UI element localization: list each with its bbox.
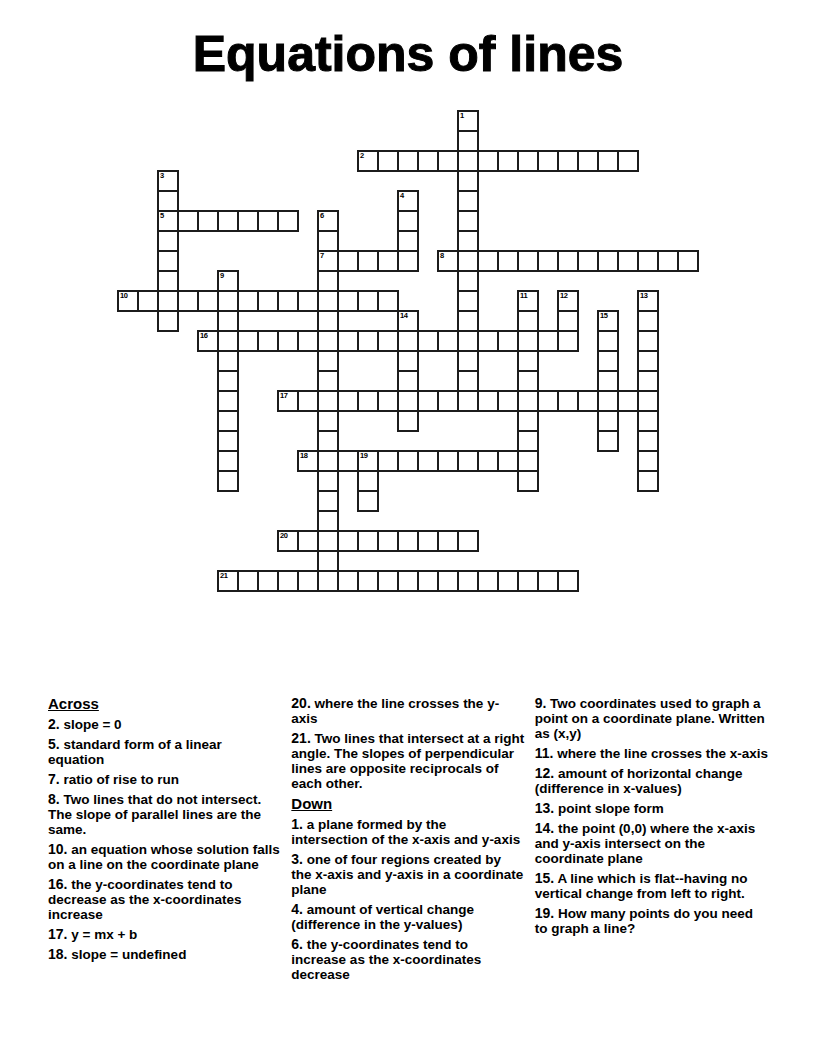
grid-cell[interactable] xyxy=(497,150,519,172)
cell-number: 2 xyxy=(360,152,364,160)
grid-cell[interactable] xyxy=(457,130,479,152)
grid-cell[interactable] xyxy=(177,210,199,232)
grid-cell[interactable]: 3 xyxy=(157,170,179,192)
grid-cell[interactable] xyxy=(237,290,259,312)
grid-cell[interactable] xyxy=(477,330,499,352)
grid-cell[interactable] xyxy=(317,450,339,472)
clue-text: amount of horizontal change (difference … xyxy=(535,766,743,796)
grid-cell[interactable] xyxy=(477,390,499,412)
grid-cell[interactable] xyxy=(577,250,599,272)
grid-cell[interactable] xyxy=(377,330,399,352)
grid-cell[interactable] xyxy=(417,530,439,552)
grid-cell[interactable] xyxy=(497,390,519,412)
grid-cell[interactable] xyxy=(177,290,199,312)
clue-down-15: 15. A line which is flat--having no vert… xyxy=(535,871,768,901)
clues-section: Across2. slope = 05. standard form of a … xyxy=(0,696,816,987)
grid-cell[interactable] xyxy=(257,330,279,352)
grid-cell[interactable] xyxy=(157,270,179,292)
grid-cell[interactable] xyxy=(557,250,579,272)
clues-column-3: 9. Two coordinates used to graph a point… xyxy=(535,696,768,987)
clue-text: slope = 0 xyxy=(63,717,121,732)
clue-number: 8. xyxy=(48,791,60,807)
clue-across-18: 18. slope = undefined xyxy=(48,947,281,962)
clue-number: 11. xyxy=(535,745,554,761)
clue-number: 16. xyxy=(48,876,67,892)
cell-number: 1 xyxy=(460,112,464,120)
grid-cell[interactable] xyxy=(277,290,299,312)
grid-cell[interactable]: 15 xyxy=(597,310,619,332)
clue-text: point slope form xyxy=(558,801,664,816)
grid-cell[interactable] xyxy=(317,390,339,412)
grid-cell[interactable] xyxy=(397,250,419,272)
cell-number: 17 xyxy=(280,392,288,400)
cell-number: 6 xyxy=(320,212,324,220)
cell-number: 7 xyxy=(320,252,324,260)
grid-cell[interactable]: 16 xyxy=(197,330,219,352)
grid-cell[interactable] xyxy=(377,250,399,272)
grid-cell[interactable] xyxy=(517,430,539,452)
cell-number: 15 xyxy=(600,312,608,320)
grid-cell[interactable] xyxy=(457,230,479,252)
cell-number: 5 xyxy=(160,212,164,220)
clue-across-17: 17. y = mx + b xyxy=(48,927,281,942)
clue-number: 6. xyxy=(291,936,303,952)
cell-number: 14 xyxy=(400,312,408,320)
grid-cell[interactable] xyxy=(217,370,239,392)
grid-cell[interactable] xyxy=(597,430,619,452)
grid-cell[interactable] xyxy=(317,230,339,252)
clue-number: 15. xyxy=(535,870,554,886)
grid-cell[interactable] xyxy=(257,290,279,312)
grid-cell[interactable] xyxy=(377,450,399,472)
clue-down-12: 12. amount of horizontal change (differe… xyxy=(535,766,768,796)
clue-number: 1. xyxy=(291,816,303,832)
grid-cell[interactable] xyxy=(237,210,259,232)
grid-cell[interactable] xyxy=(437,330,459,352)
grid-cell[interactable] xyxy=(317,330,339,352)
grid-cell[interactable] xyxy=(537,330,559,352)
grid-cell[interactable] xyxy=(397,330,419,352)
clue-down-13: 13. point slope form xyxy=(535,801,768,816)
clue-number: 5. xyxy=(48,736,60,752)
grid-cell[interactable] xyxy=(437,390,459,412)
grid-cell[interactable] xyxy=(337,330,359,352)
grid-cell[interactable] xyxy=(217,350,239,372)
grid-cell[interactable] xyxy=(597,250,619,272)
grid-cell[interactable] xyxy=(277,570,299,592)
clue-across-20: 20. where the line crosses the y-axis xyxy=(291,696,524,726)
grid-cell[interactable] xyxy=(637,310,659,332)
grid-cell[interactable] xyxy=(357,250,379,272)
clue-down-19: 19. How many points do you need to graph… xyxy=(535,906,768,936)
grid-cell[interactable] xyxy=(457,570,479,592)
clue-down-14: 14. the point (0,0) where the x-axis and… xyxy=(535,821,768,866)
grid-cell[interactable] xyxy=(537,570,559,592)
crossword-grid: 123456789101112131415161718192021 xyxy=(117,110,699,592)
clue-down-9: 9. Two coordinates used to graph a point… xyxy=(535,696,768,741)
cell-number: 11 xyxy=(520,292,527,300)
clue-down-1: 1. a plane formed by the intersection of… xyxy=(291,817,524,847)
grid-cell[interactable] xyxy=(457,190,479,212)
clue-number: 4. xyxy=(291,901,303,917)
grid-cell[interactable]: 8 xyxy=(437,250,459,272)
grid-cell[interactable] xyxy=(377,150,399,172)
grid-cell[interactable] xyxy=(417,150,439,172)
grid-cell[interactable] xyxy=(377,290,399,312)
grid-cell[interactable] xyxy=(317,290,339,312)
grid-cell[interactable] xyxy=(637,350,659,372)
grid-cell[interactable] xyxy=(597,370,619,392)
grid-cell[interactable] xyxy=(517,310,539,332)
grid-cell[interactable] xyxy=(157,290,179,312)
grid-cell[interactable] xyxy=(397,230,419,252)
grid-cell[interactable]: 17 xyxy=(277,390,299,412)
grid-cell[interactable] xyxy=(557,150,579,172)
grid-cell[interactable] xyxy=(437,450,459,472)
clue-text: How many points do you need to graph a l… xyxy=(535,906,753,936)
clue-down-6: 6. the y-coordinates tend to increase as… xyxy=(291,937,524,982)
grid-cell[interactable] xyxy=(337,250,359,272)
grid-cell[interactable] xyxy=(537,390,559,412)
grid-cell[interactable] xyxy=(217,310,239,332)
clue-number: 18. xyxy=(48,946,67,962)
clue-number: 7. xyxy=(48,771,60,787)
grid-cell[interactable] xyxy=(557,310,579,332)
grid-cell[interactable] xyxy=(317,310,339,332)
grid-cell[interactable] xyxy=(597,390,619,412)
grid-cell[interactable] xyxy=(317,510,339,532)
grid-cell[interactable] xyxy=(317,570,339,592)
grid-cell[interactable] xyxy=(517,350,539,372)
clue-text: one of four regions created by the x-axi… xyxy=(291,852,523,897)
cell-number: 9 xyxy=(220,272,224,280)
grid-cell[interactable]: 9 xyxy=(217,270,239,292)
grid-cell[interactable] xyxy=(637,370,659,392)
grid-cell[interactable]: 14 xyxy=(397,310,419,332)
grid-cell[interactable] xyxy=(377,390,399,412)
down-header: Down xyxy=(291,796,524,812)
clue-text: the y-coordinates tend to increase as th… xyxy=(291,937,481,982)
grid-cell[interactable] xyxy=(517,370,539,392)
grid-cell[interactable] xyxy=(357,290,379,312)
grid-cell[interactable]: 11 xyxy=(517,290,539,312)
clue-text: the y-coordinates tend to decrease as th… xyxy=(48,877,242,922)
grid-cell[interactable] xyxy=(617,390,639,412)
grid-cell[interactable] xyxy=(637,250,659,272)
cell-number: 21 xyxy=(220,572,228,580)
clue-across-2: 2. slope = 0 xyxy=(48,717,281,732)
grid-cell[interactable] xyxy=(357,470,379,492)
grid-cell[interactable] xyxy=(137,290,159,312)
clue-number: 14. xyxy=(535,820,554,836)
cell-number: 20 xyxy=(280,532,288,540)
grid-cell[interactable] xyxy=(217,430,239,452)
grid-cell[interactable] xyxy=(217,210,239,232)
clue-number: 12. xyxy=(535,765,554,781)
grid-cell[interactable]: 19 xyxy=(357,450,379,472)
grid-cell[interactable]: 6 xyxy=(317,210,339,232)
grid-cell[interactable] xyxy=(157,230,179,252)
grid-cell[interactable] xyxy=(497,250,519,272)
grid-cell[interactable] xyxy=(377,570,399,592)
grid-cell[interactable] xyxy=(577,150,599,172)
grid-cell[interactable] xyxy=(357,390,379,412)
grid-cell[interactable] xyxy=(397,210,419,232)
cell-number: 8 xyxy=(440,252,444,260)
grid-cell[interactable] xyxy=(617,250,639,272)
grid-cell[interactable] xyxy=(557,570,579,592)
grid-cell[interactable] xyxy=(457,150,479,172)
cell-number: 13 xyxy=(640,292,648,300)
grid-cell[interactable] xyxy=(597,150,619,172)
grid-cell[interactable]: 18 xyxy=(297,450,319,472)
grid-cell[interactable] xyxy=(477,570,499,592)
grid-cell[interactable] xyxy=(457,270,479,292)
grid-cell[interactable]: 21 xyxy=(217,570,239,592)
grid-cell[interactable] xyxy=(457,370,479,392)
clue-text: standard form of a linear equation xyxy=(48,737,222,767)
grid-cell[interactable] xyxy=(517,450,539,472)
grid-cell[interactable] xyxy=(397,150,419,172)
clue-across-5: 5. standard form of a linear equation xyxy=(48,737,281,767)
grid-cell[interactable] xyxy=(457,250,479,272)
grid-cell[interactable] xyxy=(317,350,339,372)
grid-cell[interactable] xyxy=(337,450,359,472)
clue-across-16: 16. the y-coordinates tend to decrease a… xyxy=(48,877,281,922)
grid-cell[interactable] xyxy=(457,290,479,312)
clue-text: ratio of rise to run xyxy=(63,772,179,787)
grid-cell[interactable] xyxy=(537,150,559,172)
grid-cell[interactable] xyxy=(277,330,299,352)
grid-cell[interactable] xyxy=(357,490,379,512)
grid-cell[interactable]: 1 xyxy=(457,110,479,132)
grid-cell[interactable] xyxy=(317,370,339,392)
grid-cell[interactable] xyxy=(297,330,319,352)
grid-cell[interactable] xyxy=(657,250,679,272)
grid-cell[interactable] xyxy=(497,450,519,472)
grid-cell[interactable] xyxy=(517,150,539,172)
clues-column-1: Across2. slope = 05. standard form of a … xyxy=(48,696,281,987)
grid-cell[interactable]: 4 xyxy=(397,190,419,212)
grid-cell[interactable] xyxy=(197,290,219,312)
clue-down-4: 4. amount of vertical change (difference… xyxy=(291,902,524,932)
grid-cell[interactable] xyxy=(597,410,619,432)
clue-text: Two coordinates used to graph a point on… xyxy=(535,696,765,741)
cell-number: 12 xyxy=(560,292,568,300)
grid-cell[interactable] xyxy=(217,450,239,472)
grid-cell[interactable] xyxy=(497,330,519,352)
grid-cell[interactable] xyxy=(577,390,599,412)
grid-cell[interactable]: 13 xyxy=(637,290,659,312)
clue-number: 9. xyxy=(535,695,547,711)
clue-across-21: 21. Two lines that intersect at a right … xyxy=(291,731,524,791)
grid-cell[interactable] xyxy=(457,170,479,192)
clue-number: 20. xyxy=(291,695,310,711)
grid-cell[interactable] xyxy=(457,330,479,352)
cell-number: 19 xyxy=(360,452,368,460)
grid-cell[interactable] xyxy=(197,210,219,232)
grid-cell[interactable] xyxy=(517,470,539,492)
clue-down-11: 11. where the line crosses the x-axis xyxy=(535,746,768,761)
clue-text: slope = undefined xyxy=(71,947,186,962)
grid-cell[interactable] xyxy=(397,530,419,552)
grid-cell[interactable] xyxy=(397,370,419,392)
clue-text: y = mx + b xyxy=(71,927,137,942)
clue-text: A line which is flat--having no vertical… xyxy=(535,871,748,901)
across-header: Across xyxy=(48,696,281,712)
cell-number: 4 xyxy=(400,192,404,200)
grid-cell[interactable] xyxy=(297,570,319,592)
grid-cell[interactable] xyxy=(637,390,659,412)
clue-text: Two lines that do not intersect. The slo… xyxy=(48,792,261,837)
grid-cell[interactable] xyxy=(517,390,539,412)
grid-cell[interactable] xyxy=(637,470,659,492)
clue-text: where the line crosses the y-axis xyxy=(291,696,499,726)
clue-across-7: 7. ratio of rise to run xyxy=(48,772,281,787)
grid-cell[interactable] xyxy=(637,410,659,432)
cell-number: 16 xyxy=(200,332,208,340)
grid-cell[interactable] xyxy=(637,450,659,472)
grid-cell[interactable]: 7 xyxy=(317,250,339,272)
cell-number: 18 xyxy=(300,452,308,460)
grid-cell[interactable] xyxy=(457,530,479,552)
grid-cell[interactable] xyxy=(637,330,659,352)
grid-cell[interactable] xyxy=(417,330,439,352)
grid-cell[interactable] xyxy=(217,410,239,432)
grid-cell[interactable] xyxy=(437,570,459,592)
grid-cell[interactable] xyxy=(317,550,339,572)
grid-cell[interactable] xyxy=(457,450,479,472)
grid-cell[interactable] xyxy=(157,190,179,212)
grid-cell[interactable] xyxy=(397,570,419,592)
grid-cell[interactable] xyxy=(517,570,539,592)
grid-cell[interactable] xyxy=(337,570,359,592)
grid-cell[interactable]: 2 xyxy=(357,150,379,172)
clue-text: an equation whose solution falls on a li… xyxy=(48,842,280,872)
grid-cell[interactable] xyxy=(397,390,419,412)
grid-cell[interactable] xyxy=(517,250,539,272)
grid-cell[interactable]: 5 xyxy=(157,210,179,232)
grid-cell[interactable] xyxy=(317,430,339,452)
grid-cell[interactable] xyxy=(597,330,619,352)
grid-cell[interactable] xyxy=(257,570,279,592)
grid-cell[interactable] xyxy=(357,570,379,592)
grid-cell[interactable] xyxy=(517,410,539,432)
clue-across-10: 10. an equation whose solution falls on … xyxy=(48,842,281,872)
grid-cell[interactable] xyxy=(337,390,359,412)
grid-cell[interactable] xyxy=(477,250,499,272)
clue-number: 19. xyxy=(535,905,554,921)
grid-cell[interactable] xyxy=(157,250,179,272)
clue-down-3: 3. one of four regions created by the x-… xyxy=(291,852,524,897)
clue-across-8: 8. Two lines that do not intersect. The … xyxy=(48,792,281,837)
grid-cell[interactable] xyxy=(537,250,559,272)
grid-cell[interactable] xyxy=(557,330,579,352)
grid-cell[interactable] xyxy=(297,290,319,312)
clue-number: 17. xyxy=(48,926,67,942)
clue-text: a plane formed by the intersection of th… xyxy=(291,817,520,847)
grid-cell[interactable] xyxy=(317,470,339,492)
grid-cell[interactable] xyxy=(457,350,479,372)
grid-cell[interactable] xyxy=(677,250,699,272)
grid-cell[interactable] xyxy=(397,350,419,372)
clue-text: the point (0,0) where the x-axis and y-a… xyxy=(535,821,756,866)
grid-cell[interactable]: 12 xyxy=(557,290,579,312)
grid-cell[interactable] xyxy=(237,570,259,592)
grid-cell[interactable] xyxy=(297,390,319,412)
clue-text: amount of vertical change (difference in… xyxy=(291,902,474,932)
grid-cell[interactable] xyxy=(217,470,239,492)
puzzle-title: Equations of lines xyxy=(0,27,816,81)
grid-cell[interactable] xyxy=(317,490,339,512)
grid-cell[interactable] xyxy=(417,450,439,472)
grid-cell[interactable] xyxy=(417,570,439,592)
clues-column-2: 20. where the line crosses the y-axis21.… xyxy=(291,696,524,987)
grid-cell[interactable] xyxy=(457,390,479,412)
clue-number: 2. xyxy=(48,716,60,732)
grid-cell[interactable] xyxy=(597,350,619,372)
cell-number: 3 xyxy=(160,172,164,180)
clue-number: 10. xyxy=(48,841,67,857)
grid-cell[interactable] xyxy=(477,450,499,472)
grid-cell[interactable] xyxy=(637,430,659,452)
grid-cell[interactable] xyxy=(397,450,419,472)
grid-cell[interactable] xyxy=(397,410,419,432)
grid-cell[interactable] xyxy=(317,410,339,432)
clue-number: 21. xyxy=(291,730,310,746)
grid-cell[interactable] xyxy=(457,310,479,332)
grid-cell[interactable] xyxy=(437,530,459,552)
grid-cell[interactable] xyxy=(357,330,379,352)
grid-cell[interactable] xyxy=(437,150,459,172)
grid-cell[interactable] xyxy=(217,330,239,352)
grid-cell[interactable] xyxy=(557,390,579,412)
grid-cell[interactable] xyxy=(217,290,239,312)
grid-cell[interactable] xyxy=(457,210,479,232)
grid-cell[interactable] xyxy=(357,530,379,552)
grid-cell[interactable]: 20 xyxy=(277,530,299,552)
grid-cell[interactable] xyxy=(157,310,179,332)
grid-cell[interactable] xyxy=(217,390,239,412)
grid-cell[interactable] xyxy=(377,530,399,552)
grid-cell[interactable] xyxy=(417,390,439,412)
grid-cell[interactable] xyxy=(237,330,259,352)
grid-cell[interactable] xyxy=(517,330,539,352)
grid-cell[interactable] xyxy=(497,570,519,592)
grid-cell[interactable] xyxy=(297,530,319,552)
clue-text: where the line crosses the x-axis xyxy=(557,746,768,761)
grid-cell[interactable] xyxy=(317,270,339,292)
clue-number: 13. xyxy=(535,800,554,816)
grid-cell[interactable] xyxy=(337,530,359,552)
grid-cell[interactable] xyxy=(337,290,359,312)
cell-number: 10 xyxy=(120,292,128,300)
clue-text: Two lines that intersect at a right angl… xyxy=(291,731,524,791)
grid-cell[interactable] xyxy=(617,150,639,172)
clue-number: 3. xyxy=(291,851,303,867)
grid-cell[interactable] xyxy=(477,150,499,172)
grid-cell[interactable] xyxy=(317,530,339,552)
grid-cell[interactable] xyxy=(257,210,279,232)
grid-cell[interactable]: 10 xyxy=(117,290,139,312)
grid-cell[interactable] xyxy=(277,210,299,232)
